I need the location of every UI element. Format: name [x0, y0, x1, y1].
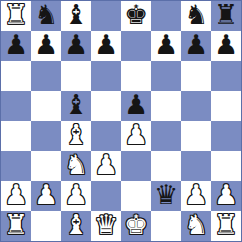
white-rook[interactable]: ♜ [4, 1, 28, 30]
square-a3[interactable] [1, 151, 31, 181]
square-c4[interactable]: ♝ [61, 121, 91, 151]
square-b2[interactable]: ♟ [31, 181, 61, 211]
square-g5[interactable] [181, 91, 211, 121]
square-e3[interactable] [121, 151, 151, 181]
square-b8[interactable]: ♞ [31, 1, 61, 31]
black-queen[interactable]: ♛ [154, 181, 178, 210]
white-pawn[interactable]: ♟ [184, 181, 208, 210]
white-rook[interactable]: ♜ [4, 211, 28, 240]
white-pawn[interactable]: ♟ [124, 121, 148, 150]
square-h8[interactable]: ♜ [211, 1, 241, 31]
square-f8[interactable] [151, 1, 181, 31]
black-king[interactable]: ♚ [124, 1, 148, 30]
black-pawn[interactable]: ♟ [154, 31, 178, 60]
chess-board-frame: ♜♞♝♚♞♜♟♟♟♟♟♟♟♝♟♝♟♞♟♟♟♟♛♟♟♜♝♛♚♞♜ [0, 0, 242, 242]
square-a7[interactable]: ♟ [1, 31, 31, 61]
square-d4[interactable] [91, 121, 121, 151]
white-pawn[interactable]: ♟ [4, 181, 28, 210]
black-bishop[interactable]: ♝ [64, 91, 88, 120]
black-pawn[interactable]: ♟ [184, 31, 208, 60]
square-d8[interactable] [91, 1, 121, 31]
square-d6[interactable] [91, 61, 121, 91]
white-bishop[interactable]: ♝ [64, 211, 88, 240]
square-e4[interactable]: ♟ [121, 121, 151, 151]
chess-board: ♜♞♝♚♞♜♟♟♟♟♟♟♟♝♟♝♟♞♟♟♟♟♛♟♟♜♝♛♚♞♜ [1, 1, 241, 241]
square-b6[interactable] [31, 61, 61, 91]
square-d1[interactable]: ♛ [91, 211, 121, 241]
black-bishop[interactable]: ♝ [64, 1, 88, 30]
square-e5[interactable]: ♟ [121, 91, 151, 121]
black-knight[interactable]: ♞ [34, 1, 58, 30]
black-pawn[interactable]: ♟ [34, 31, 58, 60]
square-h6[interactable] [211, 61, 241, 91]
black-pawn[interactable]: ♟ [124, 91, 148, 120]
square-d5[interactable] [91, 91, 121, 121]
square-a6[interactable] [1, 61, 31, 91]
square-e1[interactable]: ♚ [121, 211, 151, 241]
white-pawn[interactable]: ♟ [94, 151, 118, 180]
white-queen[interactable]: ♛ [94, 211, 118, 240]
square-a5[interactable] [1, 91, 31, 121]
square-b7[interactable]: ♟ [31, 31, 61, 61]
square-g1[interactable]: ♞ [181, 211, 211, 241]
square-c2[interactable]: ♟ [61, 181, 91, 211]
square-g4[interactable] [181, 121, 211, 151]
white-pawn[interactable]: ♟ [64, 181, 88, 210]
white-knight[interactable]: ♞ [184, 211, 208, 240]
black-pawn[interactable]: ♟ [214, 31, 238, 60]
square-f1[interactable] [151, 211, 181, 241]
square-a8[interactable]: ♜ [1, 1, 31, 31]
white-rook[interactable]: ♜ [214, 211, 238, 240]
square-a1[interactable]: ♜ [1, 211, 31, 241]
square-g3[interactable] [181, 151, 211, 181]
square-f7[interactable]: ♟ [151, 31, 181, 61]
white-knight[interactable]: ♞ [64, 151, 88, 180]
square-h7[interactable]: ♟ [211, 31, 241, 61]
square-b3[interactable] [31, 151, 61, 181]
square-c3[interactable]: ♞ [61, 151, 91, 181]
square-b5[interactable] [31, 91, 61, 121]
square-e8[interactable]: ♚ [121, 1, 151, 31]
square-h4[interactable] [211, 121, 241, 151]
square-f3[interactable] [151, 151, 181, 181]
square-d2[interactable] [91, 181, 121, 211]
black-pawn[interactable]: ♟ [4, 31, 28, 60]
square-f5[interactable] [151, 91, 181, 121]
square-g2[interactable]: ♟ [181, 181, 211, 211]
square-g6[interactable] [181, 61, 211, 91]
square-e7[interactable] [121, 31, 151, 61]
square-e2[interactable] [121, 181, 151, 211]
square-f2[interactable]: ♛ [151, 181, 181, 211]
white-pawn[interactable]: ♟ [34, 181, 58, 210]
square-f4[interactable] [151, 121, 181, 151]
square-h5[interactable] [211, 91, 241, 121]
square-b4[interactable] [31, 121, 61, 151]
square-c8[interactable]: ♝ [61, 1, 91, 31]
square-h2[interactable]: ♟ [211, 181, 241, 211]
square-c5[interactable]: ♝ [61, 91, 91, 121]
square-c1[interactable]: ♝ [61, 211, 91, 241]
square-a4[interactable] [1, 121, 31, 151]
square-b1[interactable] [31, 211, 61, 241]
white-bishop[interactable]: ♝ [64, 121, 88, 150]
square-f6[interactable] [151, 61, 181, 91]
white-pawn[interactable]: ♟ [214, 181, 238, 210]
square-c6[interactable] [61, 61, 91, 91]
black-pawn[interactable]: ♟ [64, 31, 88, 60]
square-h3[interactable] [211, 151, 241, 181]
square-d7[interactable]: ♟ [91, 31, 121, 61]
square-e6[interactable] [121, 61, 151, 91]
square-g8[interactable]: ♞ [181, 1, 211, 31]
white-king[interactable]: ♚ [124, 211, 148, 240]
square-h1[interactable]: ♜ [211, 211, 241, 241]
square-a2[interactable]: ♟ [1, 181, 31, 211]
square-g7[interactable]: ♟ [181, 31, 211, 61]
black-knight[interactable]: ♞ [184, 1, 208, 30]
square-d3[interactable]: ♟ [91, 151, 121, 181]
black-rook[interactable]: ♜ [214, 1, 238, 30]
square-c7[interactable]: ♟ [61, 31, 91, 61]
black-pawn[interactable]: ♟ [94, 31, 118, 60]
